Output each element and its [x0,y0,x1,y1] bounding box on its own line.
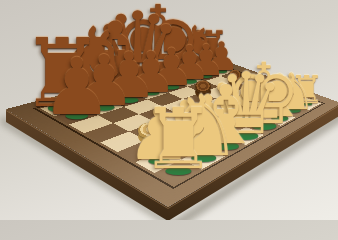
chess-set-photo: ♜♞♝♛♚♝♞♜♟♟♟♟♟♟♟♟♟♟♟♟♟♟♟♟♜♞♝♛♚♝♞♜ [0,0,338,220]
